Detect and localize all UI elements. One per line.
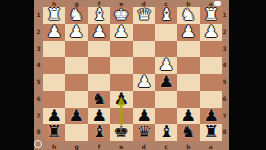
square-g7[interactable]: ♟	[65, 108, 87, 125]
square-e8[interactable]: ♚	[110, 124, 132, 141]
square-a4[interactable]	[200, 57, 222, 74]
square-g5[interactable]	[65, 74, 87, 91]
file-label-c: c	[155, 0, 177, 7]
square-g2[interactable]: ♟	[65, 24, 87, 41]
piece-wB-c1[interactable]: ♝	[158, 7, 174, 24]
rank-label-left-2: 2	[34, 24, 43, 41]
rank-label-right-7: 7	[220, 108, 229, 125]
piece-wP-b2[interactable]: ♟	[180, 24, 196, 41]
square-c2[interactable]	[155, 24, 177, 41]
square-g3[interactable]	[65, 41, 87, 58]
square-c5[interactable]: ♟	[155, 74, 177, 91]
file-label-d: d	[133, 0, 155, 7]
square-h3[interactable]	[43, 41, 65, 58]
square-d8[interactable]: ♛	[133, 124, 155, 141]
piece-bB-f8[interactable]: ♝	[91, 124, 107, 141]
piece-wP-e2[interactable]: ♟	[113, 24, 129, 41]
file-label-a: a	[200, 0, 222, 7]
file-label-h: h	[43, 143, 65, 150]
square-e4[interactable]	[110, 57, 132, 74]
rank-label-left-3: 3	[34, 41, 43, 58]
rank-label-right-6: 6	[220, 91, 229, 108]
video-frame: ♜♞♝♚♛♝♞♜♟♟♟♟♟♟♟♟♟♞♟♟♟♟♟♟♟♜♝♚♛♝♞♜ hhggffe…	[0, 0, 266, 150]
flip-board-icon[interactable]	[34, 140, 42, 148]
piece-wQ-d1[interactable]: ♛	[136, 7, 152, 24]
file-label-e: e	[110, 143, 132, 150]
piece-wP-h2[interactable]: ♟	[46, 24, 62, 41]
rank-label-left-8: 8	[34, 124, 43, 141]
square-g8[interactable]	[65, 124, 87, 141]
file-label-g: g	[65, 143, 87, 150]
piece-bK-e8[interactable]: ♚	[113, 124, 129, 141]
piece-bN-b8[interactable]: ♞	[180, 124, 196, 141]
rank-label-left-1: 1	[34, 7, 43, 24]
square-a5[interactable]	[200, 74, 222, 91]
chess-board: ♜♞♝♚♛♝♞♜♟♟♟♟♟♟♟♟♟♞♟♟♟♟♟♟♟♜♝♚♛♝♞♜ hhggffe…	[34, 0, 229, 150]
rank-label-left-6: 6	[34, 91, 43, 108]
square-h8[interactable]: ♜	[43, 124, 65, 141]
square-e2[interactable]: ♟	[110, 24, 132, 41]
square-h2[interactable]: ♟	[43, 24, 65, 41]
file-label-g: g	[65, 0, 87, 7]
piece-bR-a8[interactable]: ♜	[203, 124, 219, 141]
square-c1[interactable]: ♝	[155, 7, 177, 24]
rank-label-left-5: 5	[34, 74, 43, 91]
square-g4[interactable]	[65, 57, 87, 74]
square-b8[interactable]: ♞	[177, 124, 199, 141]
square-b4[interactable]	[177, 57, 199, 74]
square-f4[interactable]	[88, 57, 110, 74]
square-e6[interactable]: ♟	[110, 91, 132, 108]
piece-wP-f2[interactable]: ♟	[91, 24, 107, 41]
file-label-b: b	[177, 0, 199, 7]
file-label-d: d	[133, 143, 155, 150]
piece-bP-e6[interactable]: ♟	[113, 91, 129, 108]
square-d3[interactable]	[133, 41, 155, 58]
rank-label-right-5: 5	[220, 74, 229, 91]
file-label-h: h	[43, 0, 65, 7]
square-f8[interactable]: ♝	[88, 124, 110, 141]
square-b3[interactable]	[177, 41, 199, 58]
file-label-a: a	[200, 143, 222, 150]
square-d2[interactable]	[133, 24, 155, 41]
file-label-b: b	[177, 143, 199, 150]
square-h5[interactable]	[43, 74, 65, 91]
file-label-f: f	[88, 0, 110, 7]
board-squares: ♜♞♝♚♛♝♞♜♟♟♟♟♟♟♟♟♟♞♟♟♟♟♟♟♟♜♝♚♛♝♞♜	[43, 7, 222, 141]
piece-bQ-d8[interactable]: ♛	[136, 124, 152, 141]
square-c6[interactable]	[155, 91, 177, 108]
square-f2[interactable]: ♟	[88, 24, 110, 41]
piece-wP-a2[interactable]: ♟	[203, 24, 219, 41]
square-c8[interactable]: ♝	[155, 124, 177, 141]
piece-wP-d5[interactable]: ♟	[136, 74, 152, 91]
piece-bR-h8[interactable]: ♜	[46, 124, 62, 141]
square-e3[interactable]	[110, 41, 132, 58]
square-b5[interactable]	[177, 74, 199, 91]
rank-label-right-1: 1	[220, 7, 229, 24]
square-f3[interactable]	[88, 41, 110, 58]
rank-label-left-7: 7	[34, 108, 43, 125]
piece-wP-g2[interactable]: ♟	[69, 24, 85, 41]
file-label-f: f	[88, 143, 110, 150]
rank-label-right-3: 3	[220, 41, 229, 58]
square-d5[interactable]: ♟	[133, 74, 155, 91]
piece-bB-c8[interactable]: ♝	[158, 124, 174, 141]
square-a8[interactable]: ♜	[200, 124, 222, 141]
file-label-c: c	[155, 143, 177, 150]
file-label-e: e	[110, 0, 132, 7]
square-h4[interactable]	[43, 57, 65, 74]
square-b2[interactable]: ♟	[177, 24, 199, 41]
rank-label-left-4: 4	[34, 57, 43, 74]
rank-label-right-4: 4	[220, 57, 229, 74]
piece-bP-g7[interactable]: ♟	[69, 108, 85, 125]
rank-label-right-8: 8	[220, 124, 229, 141]
square-a3[interactable]	[200, 41, 222, 58]
square-d1[interactable]: ♛	[133, 7, 155, 24]
rank-label-right-2: 2	[220, 24, 229, 41]
piece-bP-c5[interactable]: ♟	[158, 74, 174, 91]
square-a2[interactable]: ♟	[200, 24, 222, 41]
